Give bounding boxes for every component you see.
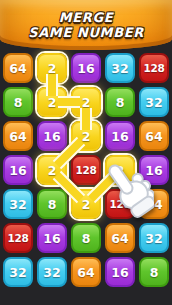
tile-r1c4-32[interactable]: 32 xyxy=(105,53,135,83)
tile-r3c1-64[interactable]: 64 xyxy=(3,121,33,151)
tile-r4c5-16[interactable]: 16 xyxy=(139,155,169,185)
tile-r6c4-64[interactable]: 64 xyxy=(105,223,135,253)
tile-r5c2-8[interactable]: 8 xyxy=(37,189,67,219)
chain-link xyxy=(46,74,58,96)
tile-r1c3-16[interactable]: 16 xyxy=(71,53,101,83)
tile-r3c2-16[interactable]: 16 xyxy=(37,121,67,151)
banner-line-2: SAME NUMBER xyxy=(28,25,144,40)
tile-r7c4-16[interactable]: 16 xyxy=(105,257,135,287)
tile-r6c5-32[interactable]: 32 xyxy=(139,223,169,253)
tile-r7c1-32[interactable]: 32 xyxy=(3,257,33,287)
chain-link xyxy=(80,108,92,130)
tile-r1c5-128[interactable]: 128 xyxy=(139,53,169,83)
banner-line-1: MERGE xyxy=(59,10,113,25)
tile-r6c1-128[interactable]: 128 xyxy=(3,223,33,253)
tile-r3c4-16[interactable]: 16 xyxy=(105,121,135,151)
tile-r1c1-64[interactable]: 64 xyxy=(3,53,33,83)
tile-r2c5-32[interactable]: 32 xyxy=(139,87,169,117)
tile-r4c1-16[interactable]: 16 xyxy=(3,155,33,185)
board-grid: 6421632128822832641621664162128216328212… xyxy=(0,50,172,305)
tile-r7c5-8[interactable]: 8 xyxy=(139,257,169,287)
tile-r6c2-16[interactable]: 16 xyxy=(37,223,67,253)
tile-r5c1-32[interactable]: 32 xyxy=(3,189,33,219)
tile-r3c5-64[interactable]: 64 xyxy=(139,121,169,151)
tile-r7c3-64[interactable]: 64 xyxy=(71,257,101,287)
chain-link xyxy=(58,96,80,108)
tile-r5c4-128[interactable]: 128 xyxy=(105,189,135,219)
tile-r6c3-8[interactable]: 8 xyxy=(71,223,101,253)
tile-r7c2-32[interactable]: 32 xyxy=(37,257,67,287)
tile-r4c3-128[interactable]: 128 xyxy=(71,155,101,185)
title-banner: MERGE SAME NUMBER xyxy=(0,0,172,50)
tile-r2c1-8[interactable]: 8 xyxy=(3,87,33,117)
tile-r5c5-64[interactable]: 64 xyxy=(139,189,169,219)
tile-r2c4-8[interactable]: 8 xyxy=(105,87,135,117)
